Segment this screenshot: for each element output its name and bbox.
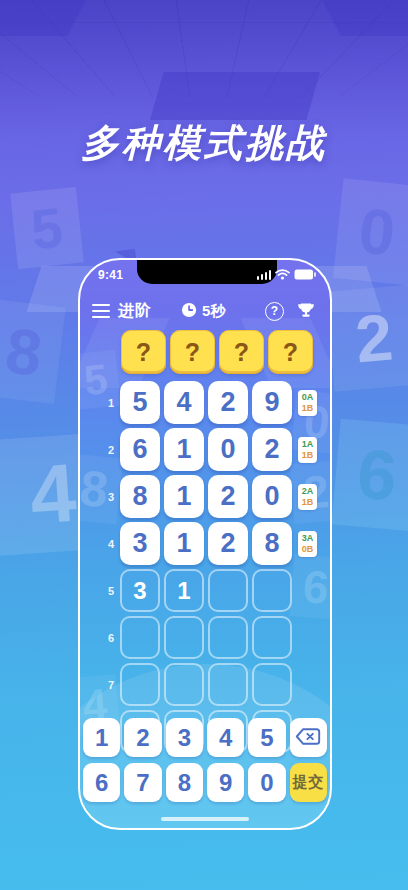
row-number: 4: [80, 538, 114, 550]
key-7[interactable]: 7: [124, 763, 161, 802]
timer: 5秒: [181, 302, 225, 321]
secret-card: ?: [121, 330, 166, 374]
row-number: 2: [80, 444, 114, 456]
result-badge: 2A1B: [298, 484, 317, 510]
empty-cell: [164, 663, 204, 706]
secret-card: ?: [170, 330, 215, 374]
row-number: 5: [80, 585, 114, 597]
key-5[interactable]: 5: [248, 718, 285, 757]
bg-number-card: 0: [333, 178, 408, 286]
guess-row-1: 1 5 4 2 9 0A1B: [80, 381, 330, 424]
guess-cell: 1: [164, 475, 204, 518]
guess-cell: 0: [208, 428, 248, 471]
phone-mockup: 5 8 0 2 6 4 9:41 进阶: [78, 258, 332, 830]
mode-label: 进阶: [118, 301, 152, 322]
key-8[interactable]: 8: [166, 763, 203, 802]
row-number: 7: [80, 679, 114, 691]
key-9[interactable]: 9: [207, 763, 244, 802]
submit-button[interactable]: 提交: [290, 763, 327, 802]
key-6[interactable]: 6: [83, 763, 120, 802]
row-number: 1: [80, 397, 114, 409]
bg-number-card: 6: [332, 419, 408, 532]
key-4[interactable]: 4: [207, 718, 244, 757]
input-cell[interactable]: [208, 569, 248, 612]
bg-number-card: 2: [326, 284, 408, 391]
guess-cell: 3: [120, 522, 160, 565]
row-number: 3: [80, 491, 114, 503]
key-2[interactable]: 2: [124, 718, 161, 757]
guess-cell: 0: [252, 475, 292, 518]
app-screenshot: 多种模式挑战 5 8 4 0 2 6 5 8 0 2 6 4 9:41: [0, 0, 408, 890]
input-cell[interactable]: [252, 569, 292, 612]
key-0[interactable]: 0: [248, 763, 285, 802]
status-bar: 9:41: [80, 267, 330, 283]
guess-board: 1 5 4 2 9 0A1B 2 6 1 0 2 1A1B 3 8 1 2 0: [80, 381, 330, 757]
keyboard-row-2: 6 7 8 9 0 提交: [83, 763, 327, 802]
guess-row-2: 2 6 1 0 2 1A1B: [80, 428, 330, 471]
guess-cell: 5: [120, 381, 160, 424]
trophy-icon[interactable]: [295, 301, 316, 322]
result-badge: 1A1B: [298, 437, 317, 463]
guess-row-3: 3 8 1 2 0 2A1B: [80, 475, 330, 518]
guess-cell: 1: [164, 522, 204, 565]
guess-cell: 8: [120, 475, 160, 518]
guess-cell: 1: [164, 428, 204, 471]
timer-label: 5秒: [202, 302, 225, 321]
signal-icon: [257, 270, 272, 280]
result-badge: 3A0B: [298, 531, 317, 557]
keyboard-row-1: 1 2 3 4 5: [83, 718, 327, 757]
backspace-icon: [295, 724, 321, 752]
guess-row-5-current: 5 3 1: [80, 569, 330, 612]
empty-cell: [208, 616, 248, 659]
help-icon[interactable]: ?: [265, 302, 284, 321]
result-badge: 0A1B: [298, 390, 317, 416]
secret-card: ?: [219, 330, 264, 374]
bg-number-card: 5: [10, 187, 84, 269]
bg-number-card: 8: [0, 299, 66, 404]
secret-code-row: ? ? ? ?: [121, 330, 313, 374]
input-cell[interactable]: 3: [120, 569, 160, 612]
number-keyboard: 1 2 3 4 5 6 7 8 9 0 提交: [83, 718, 327, 802]
guess-cell: 2: [208, 522, 248, 565]
clock-icon: [181, 302, 197, 321]
empty-cell: [120, 663, 160, 706]
guess-cell: 6: [120, 428, 160, 471]
input-cell[interactable]: 1: [164, 569, 204, 612]
guess-cell: 2: [208, 381, 248, 424]
clock-time: 9:41: [98, 268, 123, 282]
battery-icon: [294, 266, 316, 284]
page-title: 多种模式挑战: [0, 118, 408, 169]
home-indicator: [161, 817, 249, 821]
empty-cell: [252, 616, 292, 659]
ceiling-tile: [150, 72, 320, 120]
guess-cell: 9: [252, 381, 292, 424]
guess-row-7: 7: [80, 663, 330, 706]
empty-cell: [164, 616, 204, 659]
menu-icon[interactable]: [92, 304, 110, 319]
backspace-key[interactable]: [290, 718, 327, 757]
wifi-icon: [275, 266, 290, 284]
guess-row-6: 6: [80, 616, 330, 659]
guess-cell: 8: [252, 522, 292, 565]
key-1[interactable]: 1: [83, 718, 120, 757]
guess-row-4: 4 3 1 2 8 3A0B: [80, 522, 330, 565]
row-number: 6: [80, 632, 114, 644]
empty-cell: [252, 663, 292, 706]
empty-cell: [208, 663, 248, 706]
key-3[interactable]: 3: [166, 718, 203, 757]
app-bar: 进阶 5秒 ?: [80, 298, 330, 324]
empty-cell: [120, 616, 160, 659]
guess-cell: 2: [208, 475, 248, 518]
guess-cell: 4: [164, 381, 204, 424]
secret-card: ?: [268, 330, 313, 374]
guess-cell: 2: [252, 428, 292, 471]
